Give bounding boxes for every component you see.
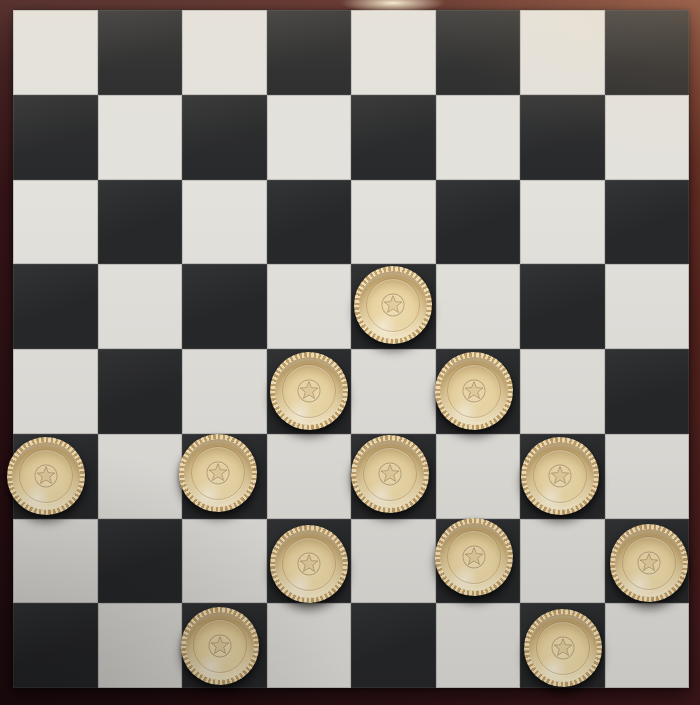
square-a3[interactable]: [13, 434, 98, 519]
checker-piece-white-c3[interactable]: [179, 434, 257, 512]
piece-star-emblem: [457, 374, 491, 408]
checker-piece-white-f4[interactable]: [435, 352, 513, 430]
square-g3[interactable]: [520, 434, 605, 519]
piece-star-emblem: [546, 631, 580, 665]
square-c5[interactable]: [182, 264, 267, 349]
square-e1[interactable]: [351, 603, 436, 688]
square-g1[interactable]: [520, 603, 605, 688]
square-g8[interactable]: [520, 10, 605, 95]
square-h5[interactable]: [605, 264, 690, 349]
square-c6[interactable]: [182, 180, 267, 265]
square-d3[interactable]: [267, 434, 352, 519]
square-h2[interactable]: [605, 519, 690, 604]
square-g5[interactable]: [520, 264, 605, 349]
square-c8[interactable]: [182, 10, 267, 95]
piece-star-emblem: [376, 288, 410, 322]
piece-star-emblem: [203, 629, 237, 663]
square-h6[interactable]: [605, 180, 690, 265]
piece-star-emblem: [292, 374, 326, 408]
square-e2[interactable]: [351, 519, 436, 604]
square-h7[interactable]: [605, 95, 690, 180]
square-d2[interactable]: [267, 519, 352, 604]
piece-star-emblem: [543, 459, 577, 493]
square-b7[interactable]: [98, 95, 183, 180]
piece-star-emblem: [632, 546, 666, 580]
square-c3[interactable]: [182, 434, 267, 519]
square-d1[interactable]: [267, 603, 352, 688]
square-b8[interactable]: [98, 10, 183, 95]
square-c7[interactable]: [182, 95, 267, 180]
square-f5[interactable]: [436, 264, 521, 349]
square-f3[interactable]: [436, 434, 521, 519]
square-a4[interactable]: [13, 349, 98, 434]
square-d7[interactable]: [267, 95, 352, 180]
square-a8[interactable]: [13, 10, 98, 95]
checker-piece-white-e3[interactable]: [351, 435, 429, 513]
square-e3[interactable]: [351, 434, 436, 519]
square-f4[interactable]: [436, 349, 521, 434]
checker-piece-white-d2[interactable]: [270, 525, 348, 603]
square-b5[interactable]: [98, 264, 183, 349]
square-h1[interactable]: [605, 603, 690, 688]
checker-piece-white-c1[interactable]: [181, 607, 259, 685]
square-b1[interactable]: [98, 603, 183, 688]
piece-star-emblem: [373, 457, 407, 491]
square-g7[interactable]: [520, 95, 605, 180]
square-c4[interactable]: [182, 349, 267, 434]
square-b6[interactable]: [98, 180, 183, 265]
square-e4[interactable]: [351, 349, 436, 434]
piece-star-emblem: [29, 459, 63, 493]
square-f2[interactable]: [436, 519, 521, 604]
square-g2[interactable]: [520, 519, 605, 604]
checker-piece-white-e5[interactable]: [354, 266, 432, 344]
piece-star-emblem: [457, 540, 491, 574]
square-e6[interactable]: [351, 180, 436, 265]
square-d4[interactable]: [267, 349, 352, 434]
square-b4[interactable]: [98, 349, 183, 434]
square-h4[interactable]: [605, 349, 690, 434]
checker-piece-white-f2[interactable]: [435, 518, 513, 596]
checker-piece-white-a3[interactable]: [7, 437, 85, 515]
square-f7[interactable]: [436, 95, 521, 180]
square-a1[interactable]: [13, 603, 98, 688]
checker-piece-white-h2[interactable]: [610, 524, 688, 602]
square-a5[interactable]: [13, 264, 98, 349]
square-h3[interactable]: [605, 434, 690, 519]
square-g4[interactable]: [520, 349, 605, 434]
square-e8[interactable]: [351, 10, 436, 95]
square-a7[interactable]: [13, 95, 98, 180]
square-f8[interactable]: [436, 10, 521, 95]
square-a2[interactable]: [13, 519, 98, 604]
square-d5[interactable]: [267, 264, 352, 349]
square-e5[interactable]: [351, 264, 436, 349]
checker-piece-white-g1[interactable]: [524, 609, 602, 687]
square-f1[interactable]: [436, 603, 521, 688]
square-b2[interactable]: [98, 519, 183, 604]
square-f6[interactable]: [436, 180, 521, 265]
piece-star-emblem: [292, 547, 326, 581]
square-b3[interactable]: [98, 434, 183, 519]
square-a6[interactable]: [13, 180, 98, 265]
board: [13, 10, 689, 688]
checker-piece-white-d4[interactable]: [270, 352, 348, 430]
square-e7[interactable]: [351, 95, 436, 180]
square-d6[interactable]: [267, 180, 352, 265]
square-c1[interactable]: [182, 603, 267, 688]
square-c2[interactable]: [182, 519, 267, 604]
square-g6[interactable]: [520, 180, 605, 265]
checker-piece-white-g3[interactable]: [521, 437, 599, 515]
piece-star-emblem: [201, 456, 235, 490]
square-d8[interactable]: [267, 10, 352, 95]
square-h8[interactable]: [605, 10, 690, 95]
table-surface: [0, 0, 700, 705]
